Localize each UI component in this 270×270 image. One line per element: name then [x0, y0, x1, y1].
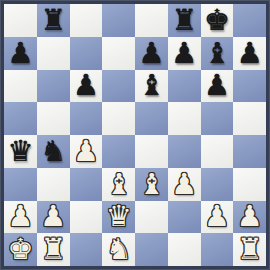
square-f4[interactable] [168, 135, 201, 168]
square-g3[interactable] [201, 168, 234, 201]
square-c8[interactable] [70, 4, 103, 37]
square-b1[interactable]: ♜ [37, 233, 70, 266]
black-rook-b8[interactable]: ♜ [40, 6, 66, 35]
square-b5[interactable] [37, 102, 70, 135]
square-e6[interactable]: ♝ [135, 70, 168, 103]
square-h2[interactable]: ♟ [233, 201, 266, 234]
square-g1[interactable] [201, 233, 234, 266]
black-rook-f8[interactable]: ♜ [171, 6, 197, 35]
square-a1[interactable]: ♚ [4, 233, 37, 266]
black-queen-a4[interactable]: ♛ [7, 137, 33, 166]
white-rook-h1[interactable]: ♜ [237, 235, 263, 264]
square-a3[interactable] [4, 168, 37, 201]
black-pawn-f7[interactable]: ♟ [171, 39, 197, 68]
square-d4[interactable] [102, 135, 135, 168]
white-pawn-c4[interactable]: ♟ [73, 137, 99, 166]
white-pawn-g2[interactable]: ♟ [204, 202, 230, 231]
square-e3[interactable]: ♝ [135, 168, 168, 201]
white-bishop-e3[interactable]: ♝ [138, 170, 164, 199]
square-d8[interactable] [102, 4, 135, 37]
square-c5[interactable] [70, 102, 103, 135]
black-pawn-h7[interactable]: ♟ [237, 39, 263, 68]
white-pawn-b2[interactable]: ♟ [40, 202, 66, 231]
square-f7[interactable]: ♟ [168, 37, 201, 70]
square-b7[interactable] [37, 37, 70, 70]
square-a4[interactable]: ♛ [4, 135, 37, 168]
square-a5[interactable] [4, 102, 37, 135]
square-e8[interactable] [135, 4, 168, 37]
square-e7[interactable]: ♟ [135, 37, 168, 70]
square-a7[interactable]: ♟ [4, 37, 37, 70]
square-d2[interactable]: ♛ [102, 201, 135, 234]
square-f6[interactable] [168, 70, 201, 103]
black-knight-b4[interactable]: ♞ [40, 137, 66, 166]
black-pawn-a7[interactable]: ♟ [7, 39, 33, 68]
square-c2[interactable] [70, 201, 103, 234]
square-c3[interactable] [70, 168, 103, 201]
chess-board: ♜♜♚♟♟♟♝♟♟♝♟♛♞♟♝♝♟♟♟♛♟♟♚♜♞♜ [4, 4, 266, 266]
square-a8[interactable] [4, 4, 37, 37]
black-pawn-e7[interactable]: ♟ [138, 39, 164, 68]
square-h6[interactable] [233, 70, 266, 103]
square-a2[interactable]: ♟ [4, 201, 37, 234]
square-b4[interactable]: ♞ [37, 135, 70, 168]
square-e1[interactable] [135, 233, 168, 266]
square-a6[interactable] [4, 70, 37, 103]
square-f1[interactable] [168, 233, 201, 266]
square-f8[interactable]: ♜ [168, 4, 201, 37]
square-g8[interactable]: ♚ [201, 4, 234, 37]
square-h7[interactable]: ♟ [233, 37, 266, 70]
white-pawn-f3[interactable]: ♟ [171, 170, 197, 199]
black-bishop-g7[interactable]: ♝ [204, 39, 230, 68]
square-c6[interactable]: ♟ [70, 70, 103, 103]
square-b3[interactable] [37, 168, 70, 201]
white-king-a1[interactable]: ♚ [7, 235, 33, 264]
square-c1[interactable] [70, 233, 103, 266]
black-pawn-g6[interactable]: ♟ [204, 71, 230, 100]
black-king-g8[interactable]: ♚ [204, 6, 230, 35]
square-h8[interactable] [233, 4, 266, 37]
square-h3[interactable] [233, 168, 266, 201]
white-rook-b1[interactable]: ♜ [40, 235, 66, 264]
white-queen-d2[interactable]: ♛ [106, 202, 132, 231]
square-c7[interactable] [70, 37, 103, 70]
square-e2[interactable] [135, 201, 168, 234]
square-b6[interactable] [37, 70, 70, 103]
square-e5[interactable] [135, 102, 168, 135]
white-pawn-a2[interactable]: ♟ [7, 202, 33, 231]
white-bishop-d3[interactable]: ♝ [106, 170, 132, 199]
square-d6[interactable] [102, 70, 135, 103]
square-b2[interactable]: ♟ [37, 201, 70, 234]
square-f5[interactable] [168, 102, 201, 135]
square-g5[interactable] [201, 102, 234, 135]
square-d1[interactable]: ♞ [102, 233, 135, 266]
square-h4[interactable] [233, 135, 266, 168]
board-frame: ♜♜♚♟♟♟♝♟♟♝♟♛♞♟♝♝♟♟♟♛♟♟♚♜♞♜ [0, 0, 270, 270]
square-d7[interactable] [102, 37, 135, 70]
black-bishop-e6[interactable]: ♝ [138, 71, 164, 100]
white-pawn-h2[interactable]: ♟ [237, 202, 263, 231]
square-g2[interactable]: ♟ [201, 201, 234, 234]
square-h5[interactable] [233, 102, 266, 135]
square-f3[interactable]: ♟ [168, 168, 201, 201]
square-c4[interactable]: ♟ [70, 135, 103, 168]
square-d3[interactable]: ♝ [102, 168, 135, 201]
white-knight-d1[interactable]: ♞ [106, 235, 132, 264]
square-d5[interactable] [102, 102, 135, 135]
square-g6[interactable]: ♟ [201, 70, 234, 103]
black-pawn-c6[interactable]: ♟ [73, 71, 99, 100]
square-b8[interactable]: ♜ [37, 4, 70, 37]
square-h1[interactable]: ♜ [233, 233, 266, 266]
square-e4[interactable] [135, 135, 168, 168]
square-f2[interactable] [168, 201, 201, 234]
square-g4[interactable] [201, 135, 234, 168]
square-g7[interactable]: ♝ [201, 37, 234, 70]
